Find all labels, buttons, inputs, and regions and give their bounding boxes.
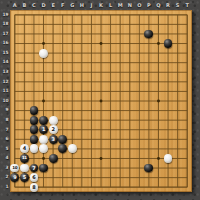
- column-label: R: [163, 3, 173, 8]
- black-stone-A2: 9: [10, 173, 19, 182]
- move-number: 11: [22, 156, 27, 160]
- column-label: H: [77, 3, 87, 8]
- move-number: 1: [42, 127, 45, 132]
- black-stone-D7: 1: [39, 125, 48, 134]
- column-label: E: [48, 3, 58, 8]
- black-stone-C6: [30, 135, 39, 144]
- column-label: M: [115, 3, 125, 8]
- white-stone-R4: [164, 154, 173, 163]
- go-board[interactable]: 1234567891011: [10, 10, 192, 192]
- white-stone-D6: [39, 135, 48, 144]
- black-stone-P17: [144, 30, 153, 39]
- row-label: 18: [0, 20, 10, 30]
- white-stone-C5: [30, 144, 39, 153]
- black-stone-F6: [58, 135, 67, 144]
- row-label: 15: [0, 48, 10, 58]
- move-number: 4: [23, 146, 26, 151]
- row-label: 16: [0, 39, 10, 49]
- white-stone-E8: [49, 116, 58, 125]
- black-stone-P3: [144, 164, 153, 173]
- move-number: 6: [32, 175, 35, 180]
- white-stone-G5: [68, 144, 77, 153]
- row-label: 6: [0, 135, 10, 145]
- black-stone-C8: [30, 116, 39, 125]
- white-stone-D15: [39, 49, 48, 58]
- black-stone-D8: [39, 116, 48, 125]
- black-stone-B4: 11: [20, 154, 29, 163]
- row-label: 19: [0, 10, 10, 20]
- row-labels: 19181716151413121110987654321: [0, 10, 10, 192]
- black-stone-B2: 5: [20, 173, 29, 182]
- column-label: D: [39, 3, 49, 8]
- black-stone-C3: 7: [30, 164, 39, 173]
- row-label: 17: [0, 29, 10, 39]
- white-stone-B3: [20, 164, 29, 173]
- column-label: T: [182, 3, 192, 8]
- column-label: F: [58, 3, 68, 8]
- black-stone-E4: [49, 154, 58, 163]
- black-stone-D3: [39, 164, 48, 173]
- column-label: Q: [154, 3, 164, 8]
- row-label: 13: [0, 67, 10, 77]
- column-labels: ABCDEFGHJKLMNOPQRST: [10, 0, 192, 10]
- column-label: J: [87, 3, 97, 8]
- white-stone-C1: 8: [30, 183, 39, 192]
- move-number: 8: [32, 184, 35, 189]
- column-label: S: [173, 3, 183, 8]
- row-label: 10: [0, 96, 10, 106]
- row-label: 7: [0, 125, 10, 135]
- row-label: 9: [0, 106, 10, 116]
- row-label: 14: [0, 58, 10, 68]
- move-number: 10: [12, 166, 17, 170]
- board-grid: 1234567891011: [10, 10, 192, 192]
- move-number: 2: [52, 127, 55, 132]
- column-label: K: [96, 3, 106, 8]
- row-label: 11: [0, 87, 10, 97]
- column-label: G: [67, 3, 77, 8]
- black-stone-F5: [58, 144, 67, 153]
- white-stone-E7: 2: [49, 125, 58, 134]
- white-stone-B5: 4: [20, 144, 29, 153]
- white-stone-D5: [39, 144, 48, 153]
- row-label: 3: [0, 163, 10, 173]
- move-number: 3: [52, 137, 55, 142]
- black-stone-C7: [30, 125, 39, 134]
- black-stone-R16: [164, 39, 173, 48]
- white-stone-C2: 6: [30, 173, 39, 182]
- column-label: A: [10, 3, 20, 8]
- row-label: 5: [0, 144, 10, 154]
- row-label: 1: [0, 182, 10, 192]
- column-label: C: [29, 3, 39, 8]
- column-label: B: [20, 3, 30, 8]
- row-label: 4: [0, 154, 10, 164]
- column-label: P: [144, 3, 154, 8]
- go-app-screenshot: ABCDEFGHJKLMNOPQRST 19181716151413121110…: [0, 0, 200, 200]
- row-label: 8: [0, 115, 10, 125]
- column-label: N: [125, 3, 135, 8]
- move-number: 7: [32, 165, 35, 170]
- row-label: 2: [0, 173, 10, 183]
- black-stone-C9: [30, 106, 39, 115]
- column-label: O: [135, 3, 145, 8]
- row-label: 12: [0, 77, 10, 87]
- move-number: 5: [23, 175, 26, 180]
- white-stone-A3: 10: [10, 164, 19, 173]
- black-stone-E6: 3: [49, 135, 58, 144]
- move-number: 9: [13, 175, 16, 180]
- column-label: L: [106, 3, 116, 8]
